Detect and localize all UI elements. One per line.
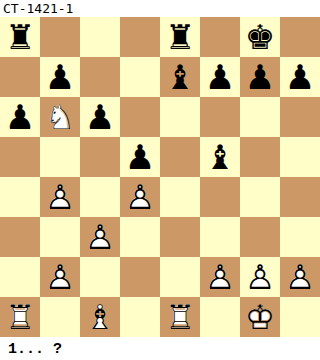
black-pawn-icon: ♟ xyxy=(120,137,160,177)
piece-black-pawn: ♟ xyxy=(0,97,40,137)
piece-white-pawn: ♟♙ xyxy=(200,257,240,297)
square-g7[interactable]: ♟ xyxy=(240,57,280,97)
square-e5[interactable] xyxy=(160,137,200,177)
square-c8[interactable] xyxy=(80,17,120,57)
square-h3[interactable] xyxy=(280,217,320,257)
piece-black-king: ♚ xyxy=(240,17,280,57)
piece-white-rook: ♜♖ xyxy=(0,297,40,337)
black-pawn-icon: ♟ xyxy=(0,97,40,137)
black-pawn-icon: ♟ xyxy=(40,57,80,97)
square-f4[interactable] xyxy=(200,177,240,217)
square-h2[interactable]: ♟♙ xyxy=(280,257,320,297)
white-pawn-icon: ♙ xyxy=(280,257,320,297)
square-c2[interactable] xyxy=(80,257,120,297)
white-pawn-icon: ♙ xyxy=(40,257,80,297)
square-f7[interactable]: ♟ xyxy=(200,57,240,97)
square-c1[interactable]: ♝♗ xyxy=(80,297,120,337)
piece-black-pawn: ♟ xyxy=(120,137,160,177)
square-a4[interactable] xyxy=(0,177,40,217)
square-f6[interactable] xyxy=(200,97,240,137)
piece-white-knight: ♞♘ xyxy=(40,97,80,137)
square-g8[interactable]: ♚ xyxy=(240,17,280,57)
black-rook-icon: ♜ xyxy=(0,17,40,57)
square-g1[interactable]: ♚♔ xyxy=(240,297,280,337)
square-a8[interactable]: ♜ xyxy=(0,17,40,57)
piece-white-pawn: ♟♙ xyxy=(240,257,280,297)
black-bishop-icon: ♝ xyxy=(160,57,200,97)
square-c5[interactable] xyxy=(80,137,120,177)
square-d3[interactable] xyxy=(120,217,160,257)
square-g6[interactable] xyxy=(240,97,280,137)
square-h8[interactable] xyxy=(280,17,320,57)
square-d7[interactable] xyxy=(120,57,160,97)
square-c3[interactable]: ♟♙ xyxy=(80,217,120,257)
square-f2[interactable]: ♟♙ xyxy=(200,257,240,297)
piece-black-pawn: ♟ xyxy=(200,57,240,97)
square-g3[interactable] xyxy=(240,217,280,257)
square-e4[interactable] xyxy=(160,177,200,217)
square-h7[interactable]: ♟ xyxy=(280,57,320,97)
piece-white-pawn: ♟♙ xyxy=(280,257,320,297)
square-e1[interactable]: ♜♖ xyxy=(160,297,200,337)
piece-white-pawn: ♟♙ xyxy=(120,177,160,217)
square-b8[interactable] xyxy=(40,17,80,57)
square-g4[interactable] xyxy=(240,177,280,217)
square-c6[interactable]: ♟ xyxy=(80,97,120,137)
piece-black-pawn: ♟ xyxy=(240,57,280,97)
square-c4[interactable] xyxy=(80,177,120,217)
square-d4[interactable]: ♟♙ xyxy=(120,177,160,217)
square-f5[interactable]: ♝ xyxy=(200,137,240,177)
white-rook-icon: ♖ xyxy=(0,297,40,337)
square-b3[interactable] xyxy=(40,217,80,257)
black-pawn-icon: ♟ xyxy=(240,57,280,97)
white-knight-icon: ♘ xyxy=(40,97,80,137)
square-h4[interactable] xyxy=(280,177,320,217)
square-b7[interactable]: ♟ xyxy=(40,57,80,97)
square-a1[interactable]: ♜♖ xyxy=(0,297,40,337)
square-a7[interactable] xyxy=(0,57,40,97)
square-h5[interactable] xyxy=(280,137,320,177)
white-king-icon: ♔ xyxy=(240,297,280,337)
square-a6[interactable]: ♟ xyxy=(0,97,40,137)
piece-white-pawn: ♟♙ xyxy=(40,177,80,217)
square-e7[interactable]: ♝ xyxy=(160,57,200,97)
piece-black-bishop: ♝ xyxy=(200,137,240,177)
square-d2[interactable] xyxy=(120,257,160,297)
piece-white-king: ♚♔ xyxy=(240,297,280,337)
chess-board: ♜♜♚♟♝♟♟♟♟♞♘♟♟♝♟♙♟♙♟♙♟♙♟♙♟♙♟♙♜♖♝♗♜♖♚♔ xyxy=(0,17,320,337)
square-b4[interactable]: ♟♙ xyxy=(40,177,80,217)
black-bishop-icon: ♝ xyxy=(200,137,240,177)
square-b2[interactable]: ♟♙ xyxy=(40,257,80,297)
square-f3[interactable] xyxy=(200,217,240,257)
square-b6[interactable]: ♞♘ xyxy=(40,97,80,137)
square-h1[interactable] xyxy=(280,297,320,337)
square-a5[interactable] xyxy=(0,137,40,177)
piece-black-pawn: ♟ xyxy=(280,57,320,97)
piece-black-rook: ♜ xyxy=(0,17,40,57)
square-d5[interactable]: ♟ xyxy=(120,137,160,177)
square-e8[interactable]: ♜ xyxy=(160,17,200,57)
square-h6[interactable] xyxy=(280,97,320,137)
piece-black-rook: ♜ xyxy=(160,17,200,57)
piece-white-rook: ♜♖ xyxy=(160,297,200,337)
square-b1[interactable] xyxy=(40,297,80,337)
square-g5[interactable] xyxy=(240,137,280,177)
square-g2[interactable]: ♟♙ xyxy=(240,257,280,297)
piece-white-pawn: ♟♙ xyxy=(80,217,120,257)
move-prompt: 1... ? xyxy=(0,337,320,360)
white-pawn-icon: ♙ xyxy=(40,177,80,217)
square-e2[interactable] xyxy=(160,257,200,297)
square-f8[interactable] xyxy=(200,17,240,57)
white-pawn-icon: ♙ xyxy=(120,177,160,217)
piece-white-pawn: ♟♙ xyxy=(40,257,80,297)
white-bishop-icon: ♗ xyxy=(80,297,120,337)
square-b5[interactable] xyxy=(40,137,80,177)
square-d8[interactable] xyxy=(120,17,160,57)
white-pawn-icon: ♙ xyxy=(200,257,240,297)
square-d1[interactable] xyxy=(120,297,160,337)
black-pawn-icon: ♟ xyxy=(80,97,120,137)
white-rook-icon: ♖ xyxy=(160,297,200,337)
black-pawn-icon: ♟ xyxy=(200,57,240,97)
piece-black-pawn: ♟ xyxy=(80,97,120,137)
puzzle-id: CT-1421-1 xyxy=(0,0,320,17)
black-king-icon: ♚ xyxy=(240,17,280,57)
white-pawn-icon: ♙ xyxy=(240,257,280,297)
piece-black-bishop: ♝ xyxy=(160,57,200,97)
square-f1[interactable] xyxy=(200,297,240,337)
square-e6[interactable] xyxy=(160,97,200,137)
piece-black-pawn: ♟ xyxy=(40,57,80,97)
square-a3[interactable] xyxy=(0,217,40,257)
black-pawn-icon: ♟ xyxy=(280,57,320,97)
square-e3[interactable] xyxy=(160,217,200,257)
piece-white-bishop: ♝♗ xyxy=(80,297,120,337)
square-a2[interactable] xyxy=(0,257,40,297)
square-c7[interactable] xyxy=(80,57,120,97)
square-d6[interactable] xyxy=(120,97,160,137)
white-pawn-icon: ♙ xyxy=(80,217,120,257)
black-rook-icon: ♜ xyxy=(160,17,200,57)
